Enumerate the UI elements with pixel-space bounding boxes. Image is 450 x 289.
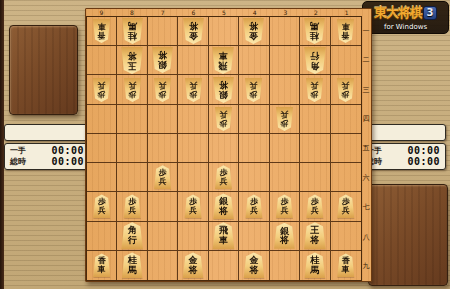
app-logo: 東大将棋 3 for Windows <box>362 1 449 34</box>
logo-version-badge: 3 <box>423 6 437 20</box>
komadai-white[interactable] <box>9 25 78 115</box>
piece-kanji: 行 <box>128 236 137 246</box>
square-4i[interactable]: 金将 <box>239 251 269 280</box>
piece-kanji: 飛 <box>219 60 228 70</box>
piece-black-k[interactable]: 王将 <box>303 222 327 249</box>
square-4d[interactable] <box>239 105 269 134</box>
square-5d[interactable]: 歩兵 <box>209 105 239 134</box>
piece-kanji: 歩 <box>250 90 258 99</box>
square-5i[interactable] <box>209 251 239 280</box>
square-3i[interactable] <box>270 251 300 280</box>
piece-black-p[interactable]: 歩兵 <box>214 165 233 189</box>
file-label-3: 3 <box>270 9 301 16</box>
square-5f[interactable]: 歩兵 <box>209 163 239 192</box>
piece-kanji: 兵 <box>311 206 319 215</box>
square-4b[interactable] <box>239 46 269 75</box>
clock-row-move: 一手 00:00 <box>366 146 440 156</box>
rank-label-9: 九 <box>361 252 371 281</box>
square-7f[interactable]: 歩兵 <box>148 163 178 192</box>
piece-kanji: 将 <box>219 80 228 90</box>
piece-kanji: 車 <box>219 51 228 61</box>
square-9i[interactable]: 香車 <box>87 251 117 280</box>
file-label-7: 7 <box>147 9 178 16</box>
piece-kanji: 馬 <box>310 21 319 31</box>
square-2d[interactable] <box>300 105 330 134</box>
piece-kanji: 車 <box>98 265 106 274</box>
piece-kanji: 歩 <box>311 197 319 206</box>
player-panel-black: 一手 00:00 総時 00:00 <box>360 124 446 170</box>
square-7h[interactable] <box>148 222 178 251</box>
player-panel-white: 一手 00:00 総時 00:00 <box>4 124 90 170</box>
square-4f[interactable] <box>239 163 269 192</box>
piece-black-p[interactable]: 歩兵 <box>92 194 111 218</box>
piece-black-p[interactable]: 歩兵 <box>275 194 294 218</box>
file-label-5: 5 <box>209 9 240 16</box>
piece-kanji: 馬 <box>128 266 137 276</box>
piece-kanji: 銀 <box>219 89 228 99</box>
square-9e[interactable] <box>87 134 117 163</box>
piece-black-b[interactable]: 角行 <box>120 222 144 249</box>
piece-kanji: 歩 <box>189 197 197 206</box>
piece-kanji: 歩 <box>159 90 167 99</box>
square-1b[interactable] <box>331 46 361 75</box>
square-3b[interactable] <box>270 46 300 75</box>
piece-kanji: 香 <box>98 256 106 265</box>
piece-kanji: 歩 <box>128 90 136 99</box>
move-time-value: 00:00 <box>407 146 440 156</box>
piece-kanji: 将 <box>158 50 167 60</box>
rank-label-4: 四 <box>361 104 371 133</box>
square-4a[interactable]: 金将 <box>239 17 269 46</box>
square-2g[interactable]: 歩兵 <box>300 192 330 221</box>
square-1h[interactable] <box>331 222 361 251</box>
square-8c[interactable]: 歩兵 <box>117 75 147 104</box>
piece-kanji: 歩 <box>342 197 350 206</box>
piece-black-p[interactable]: 歩兵 <box>305 194 324 218</box>
piece-kanji: 兵 <box>189 206 197 215</box>
square-5c[interactable]: 銀将 <box>209 75 239 104</box>
piece-white-p[interactable]: 歩兵 <box>305 78 324 102</box>
square-2e[interactable] <box>300 134 330 163</box>
piece-kanji: 桂 <box>128 31 137 41</box>
logo-subtitle: for Windows <box>384 23 427 31</box>
square-4c[interactable]: 歩兵 <box>239 75 269 104</box>
total-time-value: 00:00 <box>51 157 84 167</box>
move-time-value: 00:00 <box>51 146 84 156</box>
square-9a[interactable]: 香車 <box>87 17 117 46</box>
piece-kanji: 行 <box>310 51 319 61</box>
komadai-black[interactable] <box>368 184 448 286</box>
piece-white-p[interactable]: 歩兵 <box>92 78 111 102</box>
piece-kanji: 兵 <box>311 81 319 90</box>
logo-title-row: 東大将棋 3 <box>374 4 437 22</box>
piece-white-g[interactable]: 金将 <box>182 18 205 44</box>
square-3g[interactable]: 歩兵 <box>270 192 300 221</box>
piece-black-g[interactable]: 金将 <box>242 252 265 278</box>
rank-label-3: 三 <box>361 75 371 104</box>
square-5a[interactable] <box>209 17 239 46</box>
square-8f[interactable] <box>117 163 147 192</box>
piece-kanji: 将 <box>249 266 258 276</box>
square-3c[interactable] <box>270 75 300 104</box>
square-2c[interactable]: 歩兵 <box>300 75 330 104</box>
rank-label-2: 二 <box>361 45 371 74</box>
rank-label-5: 五 <box>361 134 371 163</box>
file-label-8: 8 <box>117 9 148 16</box>
piece-white-r[interactable]: 飛車 <box>211 47 235 74</box>
square-3d[interactable]: 歩兵 <box>270 105 300 134</box>
square-7a[interactable] <box>148 17 178 46</box>
clock-white: 一手 00:00 総時 00:00 <box>4 143 90 170</box>
piece-kanji: 将 <box>310 236 319 246</box>
square-1g[interactable]: 歩兵 <box>331 192 361 221</box>
square-9b[interactable] <box>87 46 117 75</box>
square-7d[interactable] <box>148 105 178 134</box>
piece-kanji: 歩 <box>280 197 288 206</box>
piece-kanji: 歩 <box>250 197 258 206</box>
square-6e[interactable] <box>178 134 208 163</box>
piece-kanji: 将 <box>189 266 198 276</box>
piece-kanji: 兵 <box>98 81 106 90</box>
piece-kanji: 香 <box>98 31 106 40</box>
square-1a[interactable]: 香車 <box>331 17 361 46</box>
piece-black-g[interactable]: 金将 <box>182 252 205 278</box>
square-9f[interactable] <box>87 163 117 192</box>
square-7i[interactable] <box>148 251 178 280</box>
piece-kanji: 車 <box>342 22 350 31</box>
file-label-2: 2 <box>301 9 332 16</box>
piece-kanji: 兵 <box>159 81 167 90</box>
shogi-board: 987654321 一二三四五六七八九 香車桂馬金将金将桂馬香車玉将銀将飛車角行… <box>85 8 372 282</box>
piece-kanji: 兵 <box>342 206 350 215</box>
piece-white-n[interactable]: 桂馬 <box>303 18 326 44</box>
square-2h[interactable]: 王将 <box>300 222 330 251</box>
piece-white-s[interactable]: 銀将 <box>151 47 174 73</box>
piece-kanji: 兵 <box>250 81 258 90</box>
square-3e[interactable] <box>270 134 300 163</box>
piece-white-p[interactable]: 歩兵 <box>214 107 233 131</box>
square-1d[interactable] <box>331 105 361 134</box>
rank-label-8: 八 <box>361 222 371 251</box>
piece-kanji: 兵 <box>98 206 106 215</box>
square-5b[interactable]: 飛車 <box>209 46 239 75</box>
square-6f[interactable] <box>178 163 208 192</box>
piece-kanji: 玉 <box>128 60 137 70</box>
player-nameplate-black <box>360 124 446 141</box>
total-time-value: 00:00 <box>407 157 440 167</box>
file-label-6: 6 <box>178 9 209 16</box>
square-6a[interactable]: 金将 <box>178 17 208 46</box>
piece-white-g[interactable]: 金将 <box>242 18 265 44</box>
rank-labels: 一二三四五六七八九 <box>361 16 371 281</box>
square-9h[interactable] <box>87 222 117 251</box>
piece-black-n[interactable]: 桂馬 <box>303 252 326 278</box>
square-9g[interactable]: 歩兵 <box>87 192 117 221</box>
square-8h[interactable]: 角行 <box>117 222 147 251</box>
square-2i[interactable]: 桂馬 <box>300 251 330 280</box>
move-time-label: 一手 <box>10 146 26 156</box>
piece-kanji: 歩 <box>219 119 227 128</box>
piece-black-p[interactable]: 歩兵 <box>153 165 172 189</box>
square-3f[interactable] <box>270 163 300 192</box>
piece-black-p[interactable]: 歩兵 <box>336 194 355 218</box>
piece-kanji: 金 <box>249 31 258 41</box>
app-window: 一手 00:00 総時 00:00 一手 00:00 総時 00:00 東大将棋… <box>0 0 450 289</box>
square-6d[interactable] <box>178 105 208 134</box>
piece-kanji: 歩 <box>189 90 197 99</box>
square-6i[interactable]: 金将 <box>178 251 208 280</box>
piece-kanji: 金 <box>189 31 198 41</box>
square-6c[interactable]: 歩兵 <box>178 75 208 104</box>
rank-label-7: 七 <box>361 193 371 222</box>
square-2a[interactable]: 桂馬 <box>300 17 330 46</box>
piece-kanji: 兵 <box>159 177 167 186</box>
piece-kanji: 車 <box>219 236 228 246</box>
piece-white-l[interactable]: 香車 <box>92 19 111 43</box>
square-6h[interactable] <box>178 222 208 251</box>
piece-kanji: 将 <box>280 236 289 246</box>
piece-white-s[interactable]: 銀将 <box>212 77 235 103</box>
piece-white-n[interactable]: 桂馬 <box>121 18 144 44</box>
piece-kanji: 将 <box>219 207 228 217</box>
square-8e[interactable] <box>117 134 147 163</box>
piece-kanji: 兵 <box>342 81 350 90</box>
piece-kanji: 歩 <box>280 119 288 128</box>
square-6b[interactable] <box>178 46 208 75</box>
square-2b[interactable]: 角行 <box>300 46 330 75</box>
piece-kanji: 歩 <box>98 90 106 99</box>
square-5h[interactable]: 飛車 <box>209 222 239 251</box>
square-8i[interactable]: 桂馬 <box>117 251 147 280</box>
piece-kanji: 兵 <box>189 81 197 90</box>
square-7g[interactable] <box>148 192 178 221</box>
piece-kanji: 兵 <box>128 206 136 215</box>
piece-black-s[interactable]: 銀将 <box>212 193 235 219</box>
piece-kanji: 兵 <box>219 177 227 186</box>
square-9d[interactable] <box>87 105 117 134</box>
clock-row-total: 総時 00:00 <box>366 157 440 167</box>
piece-black-l[interactable]: 香車 <box>92 253 111 277</box>
piece-kanji: 車 <box>98 22 106 31</box>
piece-kanji: 香 <box>342 256 350 265</box>
board-grid: 香車桂馬金将金将桂馬香車玉将銀将飛車角行歩兵歩兵歩兵歩兵銀将歩兵歩兵歩兵歩兵歩兵… <box>86 16 362 281</box>
square-8d[interactable] <box>117 105 147 134</box>
piece-white-b[interactable]: 角行 <box>303 47 327 74</box>
piece-white-l[interactable]: 香車 <box>336 19 355 43</box>
square-5g[interactable]: 銀将 <box>209 192 239 221</box>
square-8b[interactable]: 玉将 <box>117 46 147 75</box>
piece-kanji: 歩 <box>98 197 106 206</box>
piece-kanji: 歩 <box>342 90 350 99</box>
clock-row-move: 一手 00:00 <box>10 146 84 156</box>
total-time-label: 総時 <box>10 157 26 167</box>
square-4e[interactable] <box>239 134 269 163</box>
piece-black-n[interactable]: 桂馬 <box>121 252 144 278</box>
rank-label-1: 一 <box>361 16 371 45</box>
square-5e[interactable] <box>209 134 239 163</box>
piece-kanji: 香 <box>342 31 350 40</box>
piece-kanji: 兵 <box>128 81 136 90</box>
piece-white-p[interactable]: 歩兵 <box>275 107 294 131</box>
clock-row-total: 総時 00:00 <box>10 157 84 167</box>
clock-black: 一手 00:00 総時 00:00 <box>360 143 446 170</box>
piece-kanji: 角 <box>310 60 319 70</box>
square-1e[interactable] <box>331 134 361 163</box>
piece-kanji: 歩 <box>219 168 227 177</box>
player-nameplate-white <box>4 124 90 141</box>
square-3h[interactable]: 銀将 <box>270 222 300 251</box>
square-4g[interactable]: 歩兵 <box>239 192 269 221</box>
piece-kanji: 馬 <box>128 21 137 31</box>
piece-black-p[interactable]: 歩兵 <box>123 194 142 218</box>
piece-black-p[interactable]: 歩兵 <box>184 194 203 218</box>
piece-kanji: 将 <box>189 21 198 31</box>
square-4h[interactable] <box>239 222 269 251</box>
piece-kanji: 歩 <box>128 197 136 206</box>
piece-kanji: 桂 <box>310 31 319 41</box>
piece-white-p[interactable]: 歩兵 <box>244 78 263 102</box>
file-label-1: 1 <box>331 9 362 16</box>
square-7c[interactable]: 歩兵 <box>148 75 178 104</box>
square-3a[interactable] <box>270 17 300 46</box>
piece-black-r[interactable]: 飛車 <box>211 222 235 249</box>
piece-white-p[interactable]: 歩兵 <box>336 78 355 102</box>
piece-black-s[interactable]: 銀将 <box>273 223 296 249</box>
piece-black-p[interactable]: 歩兵 <box>244 194 263 218</box>
file-label-4: 4 <box>239 9 270 16</box>
rank-label-6: 六 <box>361 163 371 192</box>
square-6g[interactable]: 歩兵 <box>178 192 208 221</box>
piece-kanji: 兵 <box>280 110 288 119</box>
piece-kanji: 銀 <box>158 60 167 70</box>
piece-black-l[interactable]: 香車 <box>336 253 355 277</box>
piece-white-p[interactable]: 歩兵 <box>153 78 172 102</box>
square-1c[interactable]: 歩兵 <box>331 75 361 104</box>
square-1f[interactable] <box>331 163 361 192</box>
square-2f[interactable] <box>300 163 330 192</box>
piece-white-k[interactable]: 玉将 <box>120 47 144 74</box>
piece-kanji: 車 <box>342 265 350 274</box>
piece-kanji: 歩 <box>159 168 167 177</box>
square-9c[interactable]: 歩兵 <box>87 75 117 104</box>
piece-kanji: 将 <box>249 21 258 31</box>
piece-kanji: 兵 <box>219 110 227 119</box>
piece-kanji: 兵 <box>280 206 288 215</box>
piece-kanji: 馬 <box>310 266 319 276</box>
logo-title: 東大将棋 <box>374 4 422 22</box>
square-7b[interactable]: 銀将 <box>148 46 178 75</box>
piece-kanji: 兵 <box>250 206 258 215</box>
square-1i[interactable]: 香車 <box>331 251 361 280</box>
square-7e[interactable] <box>148 134 178 163</box>
piece-white-p[interactable]: 歩兵 <box>123 78 142 102</box>
square-8g[interactable]: 歩兵 <box>117 192 147 221</box>
piece-kanji: 歩 <box>311 90 319 99</box>
square-8a[interactable]: 桂馬 <box>117 17 147 46</box>
file-labels: 987654321 <box>86 9 362 16</box>
piece-white-p[interactable]: 歩兵 <box>184 78 203 102</box>
piece-kanji: 将 <box>128 51 137 61</box>
file-label-9: 9 <box>86 9 117 16</box>
